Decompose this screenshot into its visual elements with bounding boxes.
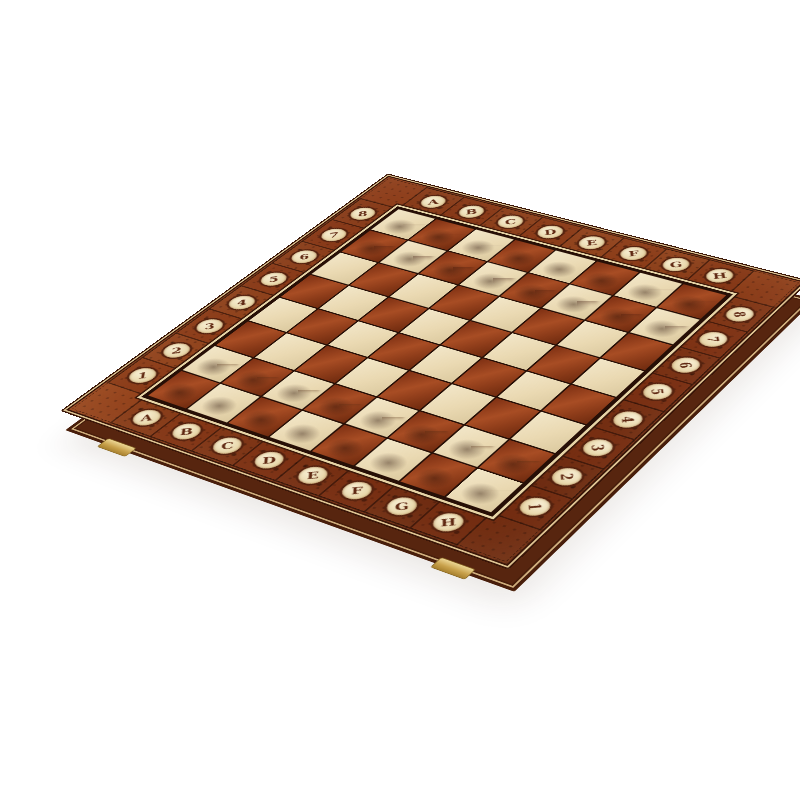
- rank-label: 5: [260, 272, 287, 287]
- file-label: B: [459, 205, 484, 219]
- product-photo-scene: ABCDEFGH ABCDEFGH 87654321 87654321 ♜♞♝♛…: [0, 0, 800, 800]
- rank-label: 1: [519, 497, 550, 517]
- file-label: C: [212, 436, 242, 454]
- rank-label: 4: [228, 295, 255, 311]
- file-label: H: [434, 512, 464, 532]
- rank-label: 6: [671, 356, 701, 373]
- rank-label: 7: [321, 228, 347, 242]
- file-label: E: [297, 466, 327, 485]
- rank-label: 5: [642, 383, 672, 401]
- square-h7: ♟: [630, 308, 700, 344]
- file-label: A: [421, 195, 445, 209]
- file-label: D: [254, 451, 284, 470]
- brass-hinge-icon: [430, 557, 476, 580]
- file-label: B: [171, 422, 201, 440]
- file-label: D: [538, 225, 564, 240]
- file-label: C: [498, 215, 523, 229]
- rank-label: 8: [350, 207, 375, 221]
- perspective-wrapper: ABCDEFGH ABCDEFGH 87654321 87654321 ♜♞♝♛…: [0, 0, 800, 800]
- pawn-glyph: ♟: [595, 270, 736, 334]
- rank-label: 4: [613, 410, 644, 428]
- file-label: F: [620, 246, 648, 261]
- chess-board: ABCDEFGH ABCDEFGH 87654321 87654321 ♜♞♝♛…: [60, 174, 800, 570]
- file-label: E: [578, 235, 605, 250]
- file-label: A: [131, 409, 161, 427]
- file-label: G: [387, 496, 417, 516]
- file-label: F: [342, 481, 372, 501]
- rank-label: 7: [698, 331, 728, 348]
- brass-hinge-icon: [96, 438, 136, 457]
- rank-label: 6: [291, 249, 317, 264]
- square-g5: [528, 346, 599, 384]
